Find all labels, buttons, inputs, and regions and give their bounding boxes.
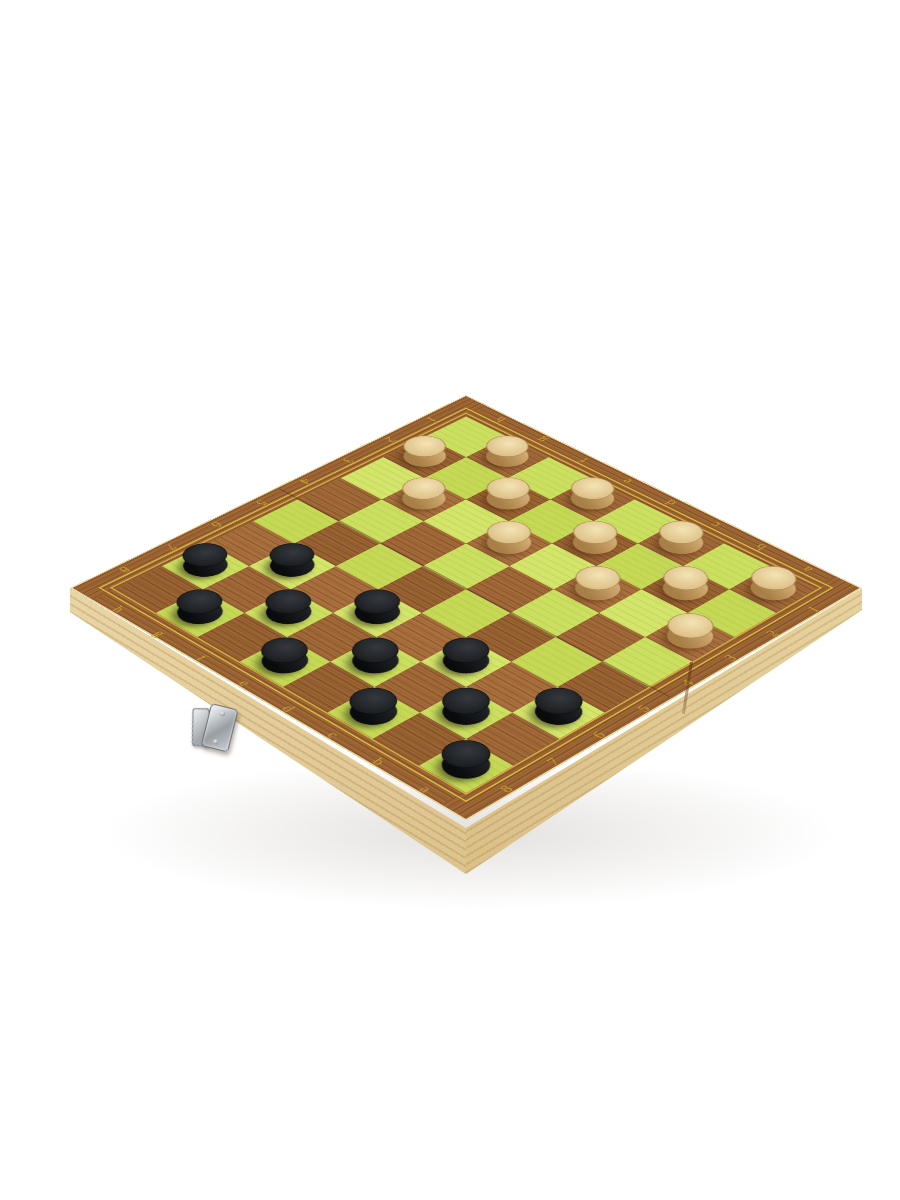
rank-label-right-6: 6 — [588, 729, 610, 741]
product-photo-scene: 1122334455667788hhggffeeddccbbaa — [0, 0, 900, 1200]
piece-black-man-c6[interactable] — [433, 644, 499, 680]
rank-label-right-2: 2 — [762, 628, 783, 639]
rank-label-left-4: 4 — [295, 476, 314, 486]
rank-label-left-8: 8 — [115, 564, 134, 575]
file-label-top-g: g — [533, 435, 552, 444]
file-label-bottom-f: f — [192, 653, 211, 663]
rank-label-right-3: 3 — [720, 652, 741, 663]
rank-label-left-6: 6 — [207, 519, 226, 529]
file-label-bottom-h: h — [108, 604, 129, 615]
piece-white-man-c3[interactable] — [566, 572, 630, 606]
rank-label-left-3: 3 — [338, 455, 357, 465]
piece-black-man-d7[interactable] — [343, 644, 409, 680]
file-label-bottom-e: e — [234, 678, 255, 689]
file-label-top-b: b — [751, 542, 770, 552]
file-label-bottom-g: g — [149, 628, 170, 639]
piece-white-man-e1[interactable] — [562, 484, 623, 515]
file-label-top-h: h — [491, 415, 510, 424]
piece-white-man-g3[interactable] — [393, 484, 454, 515]
rank-label-right-7: 7 — [543, 756, 565, 768]
rank-label-right-1: 1 — [803, 604, 824, 615]
piece-black-man-g6[interactable] — [261, 549, 324, 582]
rank-label-left-2: 2 — [381, 435, 400, 444]
file-label-top-a: a — [798, 564, 817, 574]
piece-black-man-f7[interactable] — [257, 596, 321, 631]
piece-black-man-b7[interactable] — [432, 694, 499, 732]
rank-label-left-1: 1 — [422, 415, 441, 424]
file-label-top-c: c — [706, 519, 724, 529]
file-label-top-f: f — [576, 456, 593, 465]
file-label-bottom-c: c — [322, 729, 343, 741]
file-label-bottom-d: d — [277, 703, 299, 715]
rank-label-right-8: 8 — [496, 783, 518, 796]
piece-white-man-b2[interactable] — [654, 572, 718, 606]
piece-white-man-f2[interactable] — [478, 484, 539, 515]
piece-white-man-e3[interactable] — [478, 527, 540, 560]
file-label-bottom-a: a — [415, 783, 436, 795]
file-label-bottom-b: b — [367, 756, 389, 768]
piece-white-man-c1[interactable] — [650, 527, 712, 560]
file-label-top-e: e — [618, 476, 636, 485]
piece-white-man-d2[interactable] — [564, 527, 626, 560]
piece-black-man-e6[interactable] — [345, 596, 409, 631]
rank-label-left-5: 5 — [252, 498, 271, 508]
piece-black-man-h7[interactable] — [174, 549, 237, 582]
piece-white-man-h2[interactable] — [395, 442, 455, 472]
game-board: 1122334455667788hhggffeeddccbbaa — [70, 395, 862, 821]
piece-white-man-g1[interactable] — [477, 442, 537, 472]
metal-clasp — [183, 693, 249, 768]
rank-label-left-7: 7 — [161, 542, 180, 552]
file-label-top-d: d — [661, 498, 680, 508]
rank-label-right-5: 5 — [633, 703, 655, 715]
